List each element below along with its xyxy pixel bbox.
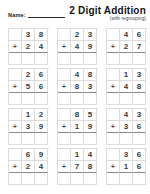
- answer-cell[interactable]: [9, 93, 22, 105]
- plus-operator: +: [9, 41, 22, 53]
- worksheet-header: Name: 2 Digit Addition (with regrouping): [8, 6, 146, 25]
- plus-operator: +: [58, 121, 71, 133]
- digit-cell: 8: [133, 81, 146, 93]
- name-area: Name:: [8, 11, 65, 18]
- empty-cell: [107, 69, 120, 81]
- empty-cell: [107, 109, 120, 121]
- digit-cell: 6: [133, 121, 146, 133]
- digit-cell: 1: [120, 161, 133, 173]
- digit-cell: 4: [84, 149, 97, 161]
- addition-problem: 43+36: [106, 108, 147, 145]
- answer-cell[interactable]: [35, 93, 48, 105]
- digit-cell: 2: [35, 109, 48, 121]
- digit-cell: 2: [22, 41, 35, 53]
- empty-cell: [107, 29, 120, 41]
- digit-cell: 1: [71, 121, 84, 133]
- empty-cell: [58, 69, 71, 81]
- digit-cell: 5: [84, 109, 97, 121]
- answer-cell[interactable]: [22, 173, 35, 185]
- answer-cell[interactable]: [9, 133, 22, 145]
- addition-problem: 38+24: [8, 28, 49, 65]
- addition-problem: 69+24: [8, 148, 49, 185]
- answer-cell[interactable]: [58, 53, 71, 65]
- digit-cell: 8: [84, 161, 97, 173]
- answer-cell[interactable]: [120, 93, 133, 105]
- addition-problem: 23+49: [57, 28, 98, 65]
- digit-cell: 4: [120, 29, 133, 41]
- plus-operator: +: [107, 41, 120, 53]
- worksheet-page: Name: 2 Digit Addition (with regrouping)…: [0, 0, 150, 194]
- answer-cell[interactable]: [133, 173, 146, 185]
- empty-cell: [58, 149, 71, 161]
- name-field[interactable]: [28, 11, 65, 18]
- title-area: 2 Digit Addition (with regrouping): [69, 6, 146, 22]
- digit-cell: 9: [35, 149, 48, 161]
- answer-cell[interactable]: [71, 133, 84, 145]
- digit-cell: 9: [35, 121, 48, 133]
- answer-cell[interactable]: [120, 133, 133, 145]
- digit-cell: 9: [84, 41, 97, 53]
- digit-cell: 6: [133, 161, 146, 173]
- digit-cell: 8: [84, 69, 97, 81]
- answer-cell[interactable]: [58, 133, 71, 145]
- answer-cell[interactable]: [35, 133, 48, 145]
- digit-cell: 7: [133, 41, 146, 53]
- digit-cell: 2: [71, 29, 84, 41]
- empty-cell: [107, 149, 120, 161]
- digit-cell: 2: [120, 41, 133, 53]
- answer-cell[interactable]: [58, 93, 71, 105]
- name-label: Name:: [8, 12, 26, 18]
- digit-cell: 3: [120, 149, 133, 161]
- addition-problem: 46+27: [106, 28, 147, 65]
- answer-cell[interactable]: [133, 133, 146, 145]
- digit-cell: 4: [120, 109, 133, 121]
- plus-operator: +: [107, 121, 120, 133]
- answer-cell[interactable]: [120, 173, 133, 185]
- digit-cell: 6: [133, 149, 146, 161]
- digit-cell: 4: [120, 81, 133, 93]
- answer-cell[interactable]: [71, 53, 84, 65]
- digit-cell: 3: [120, 121, 133, 133]
- plus-operator: +: [58, 161, 71, 173]
- answer-cell[interactable]: [22, 93, 35, 105]
- plus-operator: +: [9, 121, 22, 133]
- answer-cell[interactable]: [107, 133, 120, 145]
- answer-cell[interactable]: [84, 173, 97, 185]
- digit-cell: 6: [35, 81, 48, 93]
- answer-cell[interactable]: [84, 133, 97, 145]
- digit-cell: 5: [22, 81, 35, 93]
- answer-cell[interactable]: [107, 173, 120, 185]
- page-title: 2 Digit Addition: [69, 6, 146, 16]
- answer-cell[interactable]: [107, 93, 120, 105]
- answer-cell[interactable]: [9, 173, 22, 185]
- answer-cell[interactable]: [9, 53, 22, 65]
- digit-cell: 4: [35, 161, 48, 173]
- digit-cell: 4: [71, 69, 84, 81]
- digit-cell: 6: [133, 29, 146, 41]
- digit-cell: 9: [84, 121, 97, 133]
- empty-cell: [9, 69, 22, 81]
- digit-cell: 6: [35, 69, 48, 81]
- empty-cell: [58, 29, 71, 41]
- plus-operator: +: [58, 81, 71, 93]
- digit-cell: 2: [22, 69, 35, 81]
- addition-problem: 85+19: [57, 108, 98, 145]
- digit-cell: 2: [22, 161, 35, 173]
- answer-cell[interactable]: [22, 133, 35, 145]
- answer-cell[interactable]: [133, 53, 146, 65]
- digit-cell: 8: [35, 29, 48, 41]
- plus-operator: +: [107, 161, 120, 173]
- digit-cell: 8: [71, 109, 84, 121]
- answer-cell[interactable]: [84, 93, 97, 105]
- digit-cell: 4: [71, 41, 84, 53]
- answer-cell[interactable]: [107, 53, 120, 65]
- digit-cell: 3: [133, 69, 146, 81]
- answer-cell[interactable]: [35, 173, 48, 185]
- addition-problem: 26+56: [8, 68, 49, 105]
- addition-problem: 13+48: [106, 68, 147, 105]
- problems-grid: 38+2423+4946+2726+5648+8313+4812+3985+19…: [8, 28, 146, 185]
- addition-problem: 36+16: [106, 148, 147, 185]
- answer-cell[interactable]: [71, 93, 84, 105]
- digit-cell: 1: [22, 109, 35, 121]
- digit-cell: 3: [22, 29, 35, 41]
- empty-cell: [58, 109, 71, 121]
- answer-cell[interactable]: [71, 173, 84, 185]
- addition-problem: 12+39: [8, 108, 49, 145]
- answer-cell[interactable]: [120, 53, 133, 65]
- digit-cell: 3: [133, 109, 146, 121]
- plus-operator: +: [9, 161, 22, 173]
- plus-operator: +: [107, 81, 120, 93]
- digit-cell: 3: [22, 121, 35, 133]
- empty-cell: [9, 149, 22, 161]
- digit-cell: 7: [71, 161, 84, 173]
- plus-operator: +: [9, 81, 22, 93]
- answer-cell[interactable]: [58, 173, 71, 185]
- answer-cell[interactable]: [35, 53, 48, 65]
- addition-problem: 14+78: [57, 148, 98, 185]
- addition-problem: 48+83: [57, 68, 98, 105]
- digit-cell: 8: [71, 81, 84, 93]
- digit-cell: 1: [71, 149, 84, 161]
- digit-cell: 6: [22, 149, 35, 161]
- answer-cell[interactable]: [133, 93, 146, 105]
- answer-cell[interactable]: [22, 53, 35, 65]
- page-subtitle: (with regrouping): [69, 17, 146, 22]
- digit-cell: 4: [35, 41, 48, 53]
- answer-cell[interactable]: [84, 53, 97, 65]
- digit-cell: 1: [120, 69, 133, 81]
- empty-cell: [9, 109, 22, 121]
- empty-cell: [9, 29, 22, 41]
- digit-cell: 3: [84, 29, 97, 41]
- digit-cell: 3: [84, 81, 97, 93]
- plus-operator: +: [58, 41, 71, 53]
